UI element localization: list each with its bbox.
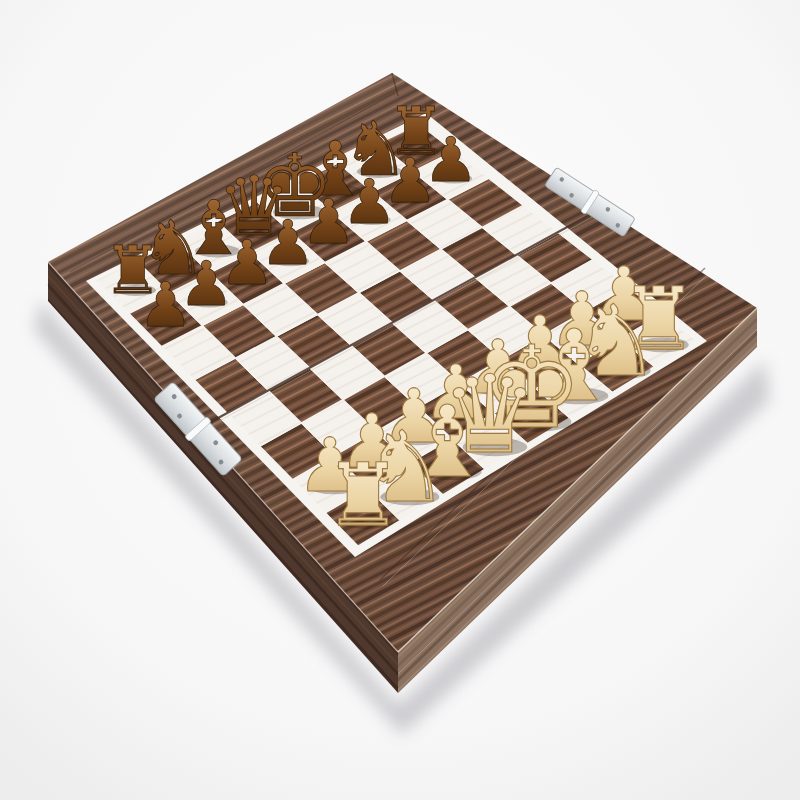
piece-white-rook-a1: ♜ <box>324 445 402 545</box>
chess-set-scene: ♜♞♟♝♟♚♟♛♟♝♟♞♟♜♟♟♟♟♜♟♞♟♝♟♚♟♛♟♝♟♞♜ <box>0 0 800 800</box>
piece-black-pawn-a7: ♟ <box>138 269 193 341</box>
product-photo-chess-set: ♜♞♟♝♟♚♟♛♟♝♟♞♟♜♟♟♟♟♜♟♞♟♝♟♚♟♛♟♝♟♞♜ <box>0 0 800 800</box>
